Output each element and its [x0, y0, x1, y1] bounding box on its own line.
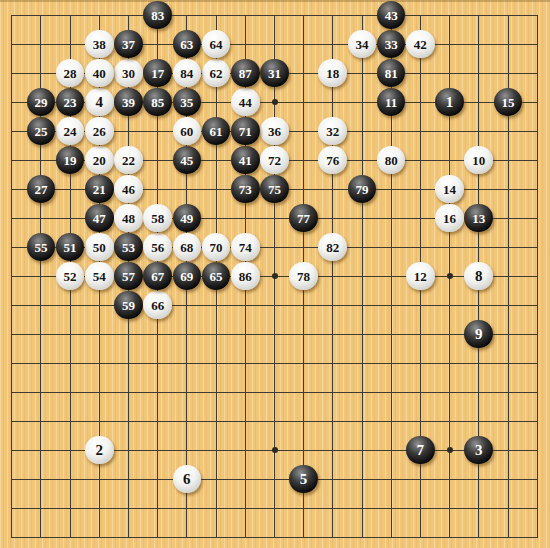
stone-white-34[interactable]: 34	[348, 30, 377, 59]
stone-black-31[interactable]: 31	[260, 59, 289, 88]
stone-white-38[interactable]: 38	[85, 30, 114, 59]
stone-black-71[interactable]: 71	[231, 117, 260, 146]
stone-white-28[interactable]: 28	[56, 59, 85, 88]
stone-black-77[interactable]: 77	[289, 204, 318, 233]
stone-white-82[interactable]: 82	[318, 233, 347, 262]
stone-black-53[interactable]: 53	[114, 233, 143, 262]
stone-white-58[interactable]: 58	[143, 204, 172, 233]
stone-black-75[interactable]: 75	[260, 175, 289, 204]
stone-black-19[interactable]: 19	[56, 146, 85, 175]
stone-white-14[interactable]: 14	[435, 175, 464, 204]
stone-white-42[interactable]: 42	[406, 30, 435, 59]
stone-white-44[interactable]: 44	[231, 88, 260, 117]
stone-black-49[interactable]: 49	[173, 204, 202, 233]
stone-black-39[interactable]: 39	[114, 88, 143, 117]
stone-white-26[interactable]: 26	[85, 117, 114, 146]
stone-white-8[interactable]: 8	[464, 262, 493, 291]
stone-black-61[interactable]: 61	[202, 117, 231, 146]
stone-white-4[interactable]: 4	[85, 88, 114, 117]
stone-white-68[interactable]: 68	[173, 233, 202, 262]
stone-black-37[interactable]: 37	[114, 30, 143, 59]
stone-white-84[interactable]: 84	[173, 59, 202, 88]
stone-black-79[interactable]: 79	[348, 175, 377, 204]
stone-white-48[interactable]: 48	[114, 204, 143, 233]
stone-black-73[interactable]: 73	[231, 175, 260, 204]
stone-black-87[interactable]: 87	[231, 59, 260, 88]
stone-black-17[interactable]: 17	[143, 59, 172, 88]
stone-black-35[interactable]: 35	[173, 88, 202, 117]
stone-white-76[interactable]: 76	[318, 146, 347, 175]
stone-white-6[interactable]: 6	[173, 465, 202, 494]
stone-black-27[interactable]: 27	[27, 175, 56, 204]
stone-black-81[interactable]: 81	[377, 59, 406, 88]
stone-white-66[interactable]: 66	[143, 291, 172, 320]
stone-white-72[interactable]: 72	[260, 146, 289, 175]
stone-black-65[interactable]: 65	[202, 262, 231, 291]
stone-white-12[interactable]: 12	[406, 262, 435, 291]
stone-black-63[interactable]: 63	[173, 30, 202, 59]
stone-black-33[interactable]: 33	[377, 30, 406, 59]
stone-white-20[interactable]: 20	[85, 146, 114, 175]
stone-black-45[interactable]: 45	[173, 146, 202, 175]
stone-white-18[interactable]: 18	[318, 59, 347, 88]
stone-black-59[interactable]: 59	[114, 291, 143, 320]
stone-black-13[interactable]: 13	[464, 204, 493, 233]
stone-white-52[interactable]: 52	[56, 262, 85, 291]
stone-black-7[interactable]: 7	[406, 436, 435, 465]
stone-black-47[interactable]: 47	[85, 204, 114, 233]
stone-white-50[interactable]: 50	[85, 233, 114, 262]
stone-white-32[interactable]: 32	[318, 117, 347, 146]
stone-white-80[interactable]: 80	[377, 146, 406, 175]
stone-white-40[interactable]: 40	[85, 59, 114, 88]
go-board[interactable]: 1234567891011121314151617181920212223242…	[0, 0, 550, 548]
stone-white-60[interactable]: 60	[173, 117, 202, 146]
stones-layer[interactable]: 1234567891011121314151617181920212223242…	[0, 1, 550, 548]
stone-white-62[interactable]: 62	[202, 59, 231, 88]
stone-black-55[interactable]: 55	[27, 233, 56, 262]
stone-black-5[interactable]: 5	[289, 465, 318, 494]
stone-black-69[interactable]: 69	[173, 262, 202, 291]
stone-white-78[interactable]: 78	[289, 262, 318, 291]
stone-black-67[interactable]: 67	[143, 262, 172, 291]
stone-black-43[interactable]: 43	[377, 1, 406, 30]
stone-black-23[interactable]: 23	[56, 88, 85, 117]
stone-white-16[interactable]: 16	[435, 204, 464, 233]
stone-white-54[interactable]: 54	[85, 262, 114, 291]
stone-black-3[interactable]: 3	[464, 436, 493, 465]
stone-white-10[interactable]: 10	[464, 146, 493, 175]
stone-black-41[interactable]: 41	[231, 146, 260, 175]
stone-black-21[interactable]: 21	[85, 175, 114, 204]
stone-black-11[interactable]: 11	[377, 88, 406, 117]
stone-white-86[interactable]: 86	[231, 262, 260, 291]
stone-black-1[interactable]: 1	[435, 88, 464, 117]
stone-black-15[interactable]: 15	[494, 88, 523, 117]
stone-white-22[interactable]: 22	[114, 146, 143, 175]
stone-black-83[interactable]: 83	[143, 1, 172, 30]
stone-white-46[interactable]: 46	[114, 175, 143, 204]
stone-white-64[interactable]: 64	[202, 30, 231, 59]
stone-white-36[interactable]: 36	[260, 117, 289, 146]
stone-white-24[interactable]: 24	[56, 117, 85, 146]
stone-white-2[interactable]: 2	[85, 436, 114, 465]
stone-white-70[interactable]: 70	[202, 233, 231, 262]
stone-white-30[interactable]: 30	[114, 59, 143, 88]
stone-white-74[interactable]: 74	[231, 233, 260, 262]
stone-black-29[interactable]: 29	[27, 88, 56, 117]
stone-white-56[interactable]: 56	[143, 233, 172, 262]
stone-black-51[interactable]: 51	[56, 233, 85, 262]
stone-black-9[interactable]: 9	[464, 320, 493, 349]
stone-black-85[interactable]: 85	[143, 88, 172, 117]
stone-black-57[interactable]: 57	[114, 262, 143, 291]
stone-black-25[interactable]: 25	[27, 117, 56, 146]
